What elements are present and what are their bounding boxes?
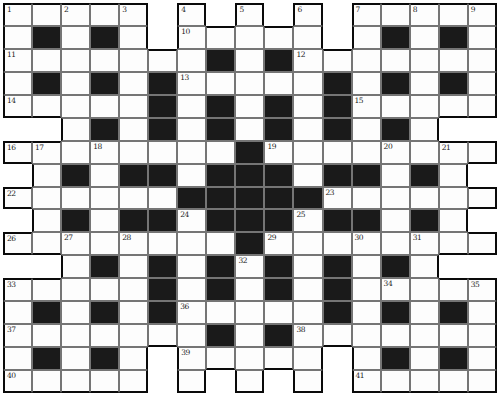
cell-r16-c9	[264, 370, 293, 393]
cell-r12-c6[interactable]	[177, 278, 206, 301]
clue-number: 34	[384, 279, 393, 288]
cell-r8-c6	[177, 187, 206, 210]
cell-r10-c12[interactable]: 30	[352, 232, 381, 255]
cell-r16-c16[interactable]	[468, 370, 497, 393]
cell-r4-c0[interactable]: 14	[3, 95, 32, 118]
cell-r7-c6[interactable]	[177, 164, 206, 187]
cell-r5-c16	[468, 118, 497, 141]
cell-r13-c9[interactable]	[264, 301, 293, 324]
cell-r3-c4[interactable]	[119, 72, 148, 95]
cell-r2-c15[interactable]	[439, 49, 468, 72]
cell-r7-c2	[61, 164, 90, 187]
cell-r8-c15[interactable]	[439, 187, 468, 210]
cell-r6-c9[interactable]: 19	[264, 141, 293, 164]
cell-r11-c16	[468, 255, 497, 278]
cell-r5-c1	[32, 118, 61, 141]
cell-r5-c15	[439, 118, 468, 141]
cell-r0-c16[interactable]: 9	[468, 3, 497, 26]
cell-r10-c10[interactable]	[293, 232, 322, 255]
cell-r6-c5[interactable]	[148, 141, 177, 164]
cell-r12-c9	[264, 278, 293, 301]
cell-r1-c8[interactable]	[235, 26, 264, 49]
cell-r13-c12[interactable]	[352, 301, 381, 324]
clue-number: 18	[93, 142, 102, 151]
cell-r3-c8[interactable]	[235, 72, 264, 95]
cell-r16-c3[interactable]	[90, 370, 119, 393]
cell-r6-c1[interactable]: 17	[32, 141, 61, 164]
cell-r1-c13	[381, 26, 410, 49]
cell-r16-c12[interactable]: 41	[352, 370, 381, 393]
cell-r15-c13	[381, 347, 410, 370]
cell-r15-c14[interactable]	[410, 347, 439, 370]
cell-r3-c16[interactable]	[468, 72, 497, 95]
cell-r3-c2[interactable]	[61, 72, 90, 95]
cell-r12-c8[interactable]	[235, 278, 264, 301]
cell-r10-c6[interactable]	[177, 232, 206, 255]
cell-r10-c4[interactable]: 28	[119, 232, 148, 255]
cell-r9-c2	[61, 209, 90, 232]
cell-r4-c6[interactable]	[177, 95, 206, 118]
cell-r11-c14[interactable]	[410, 255, 439, 278]
cell-r11-c15	[439, 255, 468, 278]
cell-r7-c5	[148, 164, 177, 187]
cell-r14-c5[interactable]	[148, 324, 177, 347]
cell-r13-c15	[439, 301, 468, 324]
clue-number: 35	[471, 280, 480, 289]
cell-r12-c12[interactable]	[352, 278, 381, 301]
cell-r0-c6[interactable]: 4	[177, 3, 206, 26]
cell-r0-c8[interactable]: 5	[235, 3, 264, 26]
cell-r9-c5	[148, 209, 177, 232]
cell-r1-c16[interactable]	[468, 26, 497, 49]
cell-r2-c14[interactable]	[410, 49, 439, 72]
cell-r3-c7[interactable]	[206, 72, 235, 95]
cell-r1-c2[interactable]	[61, 26, 90, 49]
clue-number: 20	[384, 142, 393, 151]
cell-r5-c14[interactable]	[410, 118, 439, 141]
cell-r9-c10[interactable]: 25	[293, 209, 322, 232]
cell-r16-c8[interactable]	[235, 370, 264, 393]
cell-r1-c14[interactable]	[410, 26, 439, 49]
cell-r9-c8	[235, 209, 264, 232]
cell-r10-c14[interactable]: 31	[410, 232, 439, 255]
cell-r7-c8	[235, 164, 264, 187]
cell-r12-c1[interactable]	[32, 278, 61, 301]
cell-r15-c4[interactable]	[119, 347, 148, 370]
cell-r11-c8[interactable]: 32	[235, 255, 264, 278]
cell-r1-c4[interactable]	[119, 26, 148, 49]
cell-r0-c11	[323, 3, 352, 26]
cell-r6-c8	[235, 141, 264, 164]
clue-number: 22	[7, 189, 16, 198]
cell-r12-c16[interactable]: 35	[468, 278, 497, 301]
cell-r12-c15[interactable]	[439, 278, 468, 301]
cell-r2-c4[interactable]	[119, 49, 148, 72]
cell-r1-c0[interactable]	[3, 26, 32, 49]
cell-r15-c10[interactable]	[293, 347, 322, 370]
cell-r1-c3	[90, 26, 119, 49]
cell-r3-c6[interactable]: 13	[177, 72, 206, 95]
cell-r12-c2[interactable]	[61, 278, 90, 301]
cell-r0-c4[interactable]: 3	[119, 3, 148, 26]
clue-number: 26	[7, 234, 16, 243]
cell-r11-c0	[3, 255, 32, 278]
cell-r3-c14[interactable]	[410, 72, 439, 95]
cell-r13-c10[interactable]	[293, 301, 322, 324]
cell-r13-c13	[381, 301, 410, 324]
cell-r16-c13[interactable]	[381, 370, 410, 393]
cell-r16-c0[interactable]: 40	[3, 370, 32, 393]
cell-r16-c11	[323, 370, 352, 393]
cell-r1-c7[interactable]	[206, 26, 235, 49]
cell-r14-c2[interactable]	[61, 324, 90, 347]
cell-r6-c7[interactable]	[206, 141, 235, 164]
cell-r13-c14[interactable]	[410, 301, 439, 324]
cell-r4-c5	[148, 95, 177, 118]
cell-r12-c3[interactable]	[90, 278, 119, 301]
clue-number: 15	[355, 96, 364, 105]
cell-r16-c7	[206, 370, 235, 393]
cell-r1-c6[interactable]: 10	[177, 26, 206, 49]
cell-r13-c5	[148, 301, 177, 324]
cell-r11-c6[interactable]	[177, 255, 206, 278]
cell-r6-c10[interactable]	[293, 141, 322, 164]
cell-r6-c11[interactable]	[323, 141, 352, 164]
cell-r7-c10[interactable]	[293, 164, 322, 187]
cell-r4-c13[interactable]	[381, 95, 410, 118]
cell-r13-c3	[90, 301, 119, 324]
cell-r11-c5	[148, 255, 177, 278]
cell-r2-c10[interactable]: 12	[293, 49, 322, 72]
cell-r2-c7	[206, 49, 235, 72]
cell-r14-c16[interactable]	[468, 324, 497, 347]
cell-r14-c8[interactable]	[235, 324, 264, 347]
cell-r15-c9[interactable]	[264, 347, 293, 370]
cell-r6-c12[interactable]	[352, 141, 381, 164]
cell-r3-c13	[381, 72, 410, 95]
cell-r5-c2[interactable]	[61, 118, 90, 141]
cell-r0-c0[interactable]: 1	[3, 3, 32, 26]
cell-r9-c11	[323, 209, 352, 232]
cell-r15-c6[interactable]: 39	[177, 347, 206, 370]
cell-r8-c11[interactable]: 23	[323, 187, 352, 210]
clue-number: 41	[356, 371, 365, 380]
cell-r1-c10[interactable]	[293, 26, 322, 49]
cell-r8-c5[interactable]	[148, 187, 177, 210]
cell-r5-c0	[3, 118, 32, 141]
clue-number: 3	[122, 5, 126, 14]
cell-r8-c16[interactable]	[468, 187, 497, 210]
cell-r4-c11	[323, 95, 352, 118]
cell-r8-c0[interactable]: 22	[3, 187, 32, 210]
cell-r11-c3	[90, 255, 119, 278]
cell-r15-c5	[148, 347, 177, 370]
cell-r4-c8[interactable]	[235, 95, 264, 118]
cell-r9-c14	[410, 209, 439, 232]
cell-r10-c9[interactable]: 29	[264, 232, 293, 255]
cell-r12-c11	[323, 278, 352, 301]
clue-number: 24	[180, 210, 189, 219]
cell-r7-c12	[352, 164, 381, 187]
cell-r2-c16[interactable]	[468, 49, 497, 72]
cell-r0-c14[interactable]: 8	[410, 3, 439, 26]
cell-r8-c7	[206, 187, 235, 210]
cell-r3-c3	[90, 72, 119, 95]
cell-r7-c3[interactable]	[90, 164, 119, 187]
clue-number: 37	[7, 325, 16, 334]
cell-r4-c14[interactable]	[410, 95, 439, 118]
cell-r1-c15	[439, 26, 468, 49]
cell-r12-c10[interactable]	[293, 278, 322, 301]
cell-r14-c4[interactable]	[119, 324, 148, 347]
cell-r13-c11	[323, 301, 352, 324]
cell-r7-c15[interactable]	[439, 164, 468, 187]
cell-r15-c16[interactable]	[468, 347, 497, 370]
cell-r10-c8	[235, 232, 264, 255]
cell-r0-c13[interactable]	[381, 3, 410, 26]
cell-r3-c12[interactable]	[352, 72, 381, 95]
cell-r14-c12[interactable]	[352, 324, 381, 347]
cell-r9-c3[interactable]	[90, 209, 119, 232]
cell-r2-c8[interactable]	[235, 49, 264, 72]
cell-r7-c16	[468, 164, 497, 187]
cell-r4-c2[interactable]	[61, 95, 90, 118]
cell-r16-c1[interactable]	[32, 370, 61, 393]
cell-r6-c0[interactable]: 16	[3, 141, 32, 164]
cell-r10-c15[interactable]	[439, 232, 468, 255]
cell-r8-c14[interactable]	[410, 187, 439, 210]
clue-number: 25	[296, 210, 305, 219]
cell-r2-c13[interactable]	[381, 49, 410, 72]
cell-r0-c12[interactable]: 7	[352, 3, 381, 26]
cell-r8-c13[interactable]	[381, 187, 410, 210]
cell-r5-c6[interactable]	[177, 118, 206, 141]
cell-r9-c16	[468, 209, 497, 232]
cell-r2-c5[interactable]	[148, 49, 177, 72]
cell-r5-c12[interactable]	[352, 118, 381, 141]
cell-r4-c12[interactable]: 15	[352, 95, 381, 118]
cell-r5-c9	[264, 118, 293, 141]
cell-r11-c4[interactable]	[119, 255, 148, 278]
cell-r14-c6[interactable]	[177, 324, 206, 347]
cell-r3-c15	[439, 72, 468, 95]
cell-r6-c16[interactable]	[468, 141, 497, 164]
cell-r4-c15[interactable]	[439, 95, 468, 118]
clue-number: 9	[471, 5, 475, 14]
clue-number: 40	[7, 371, 16, 380]
cell-r6-c4[interactable]	[119, 141, 148, 164]
cell-r0-c1[interactable]	[32, 3, 61, 26]
cell-r13-c1	[32, 301, 61, 324]
cell-r5-c4[interactable]	[119, 118, 148, 141]
cell-r13-c0[interactable]	[3, 301, 32, 324]
cell-r2-c3[interactable]	[90, 49, 119, 72]
cell-r16-c14[interactable]	[410, 370, 439, 393]
cell-r8-c9	[264, 187, 293, 210]
cell-r7-c13[interactable]	[381, 164, 410, 187]
cell-r4-c4[interactable]	[119, 95, 148, 118]
clue-number: 29	[267, 233, 276, 242]
cell-r8-c4[interactable]	[119, 187, 148, 210]
cell-r16-c4[interactable]	[119, 370, 148, 393]
cell-r16-c6[interactable]	[177, 370, 206, 393]
cell-r0-c5	[148, 3, 177, 26]
cell-r2-c2[interactable]	[61, 49, 90, 72]
cell-r12-c5	[148, 278, 177, 301]
cell-r16-c10[interactable]	[293, 370, 322, 393]
cell-r10-c13[interactable]	[381, 232, 410, 255]
clue-number: 39	[181, 348, 190, 357]
cell-r10-c16[interactable]	[468, 232, 497, 255]
cell-r6-c3[interactable]: 18	[90, 141, 119, 164]
cell-r3-c0[interactable]	[3, 72, 32, 95]
cell-r13-c6[interactable]: 36	[177, 301, 206, 324]
cell-r7-c9	[264, 164, 293, 187]
clue-number: 17	[35, 143, 44, 152]
cell-r2-c9	[264, 49, 293, 72]
cell-r1-c11	[323, 26, 352, 49]
cell-r16-c2[interactable]	[61, 370, 90, 393]
clue-number: 23	[326, 188, 335, 197]
cell-r14-c10[interactable]: 38	[293, 324, 322, 347]
cell-r12-c13[interactable]: 34	[381, 278, 410, 301]
cell-r6-c14[interactable]	[410, 141, 439, 164]
cell-r12-c4[interactable]	[119, 278, 148, 301]
cell-r8-c2[interactable]	[61, 187, 90, 210]
cell-r8-c1[interactable]	[32, 187, 61, 210]
cell-r3-c9[interactable]	[264, 72, 293, 95]
cell-r13-c16[interactable]	[468, 301, 497, 324]
cell-r1-c9[interactable]	[264, 26, 293, 49]
clue-number: 21	[442, 143, 451, 152]
cell-r10-c2[interactable]: 27	[61, 232, 90, 255]
cell-r10-c7[interactable]	[206, 232, 235, 255]
cell-r15-c8[interactable]	[235, 347, 264, 370]
cell-r6-c13[interactable]: 20	[381, 141, 410, 164]
cell-r5-c11	[323, 118, 352, 141]
cell-r6-c15[interactable]: 21	[439, 141, 468, 164]
cell-r5-c3	[90, 118, 119, 141]
clue-number: 30	[355, 233, 364, 242]
cell-r10-c5[interactable]	[148, 232, 177, 255]
cell-r15-c15	[439, 347, 468, 370]
cell-r12-c14[interactable]	[410, 278, 439, 301]
clue-number: 5	[239, 5, 243, 14]
cell-r15-c0[interactable]	[3, 347, 32, 370]
cell-r14-c13[interactable]	[381, 324, 410, 347]
cell-r13-c2[interactable]	[61, 301, 90, 324]
cell-r11-c2[interactable]	[61, 255, 90, 278]
cell-r14-c15[interactable]	[439, 324, 468, 347]
cell-r0-c7	[206, 3, 235, 26]
cell-r2-c1[interactable]	[32, 49, 61, 72]
cell-r5-c8[interactable]	[235, 118, 264, 141]
cell-r14-c0[interactable]: 37	[3, 324, 32, 347]
cell-r4-c3[interactable]	[90, 95, 119, 118]
cell-r2-c0[interactable]: 11	[3, 49, 32, 72]
cell-r5-c13	[381, 118, 410, 141]
clue-number: 13	[180, 73, 189, 82]
cell-r9-c6[interactable]: 24	[177, 209, 206, 232]
cell-r4-c7	[206, 95, 235, 118]
clue-number: 11	[7, 50, 16, 59]
cell-r9-c1[interactable]	[32, 209, 61, 232]
cell-r9-c4	[119, 209, 148, 232]
cell-r0-c3[interactable]	[90, 3, 119, 26]
cell-r11-c10[interactable]	[293, 255, 322, 278]
cell-r10-c1[interactable]	[32, 232, 61, 255]
cell-r14-c3[interactable]	[90, 324, 119, 347]
cell-r9-c15[interactable]	[439, 209, 468, 232]
clue-number: 16	[7, 143, 16, 152]
cell-r4-c1[interactable]	[32, 95, 61, 118]
cell-r5-c7	[206, 118, 235, 141]
clue-number: 8	[413, 5, 417, 14]
cell-r12-c0[interactable]: 33	[3, 278, 32, 301]
cell-r6-c6[interactable]	[177, 141, 206, 164]
cell-r15-c12[interactable]	[352, 347, 381, 370]
cell-r7-c1[interactable]	[32, 164, 61, 187]
cell-r14-c7	[206, 324, 235, 347]
cell-r14-c9	[264, 324, 293, 347]
cell-r0-c2[interactable]: 2	[61, 3, 90, 26]
cell-r9-c7	[206, 209, 235, 232]
cell-r3-c1	[32, 72, 61, 95]
cell-r15-c2[interactable]	[61, 347, 90, 370]
cell-r1-c12[interactable]	[352, 26, 381, 49]
cell-r13-c7[interactable]	[206, 301, 235, 324]
cell-r6-c2[interactable]	[61, 141, 90, 164]
cell-r14-c14[interactable]	[410, 324, 439, 347]
clue-number: 10	[181, 27, 190, 36]
cell-r2-c6[interactable]	[177, 49, 206, 72]
cell-r15-c11	[323, 347, 352, 370]
clue-number: 1	[7, 5, 11, 14]
cell-r13-c4[interactable]	[119, 301, 148, 324]
cell-r7-c11	[323, 164, 352, 187]
cell-r8-c12[interactable]	[352, 187, 381, 210]
cell-r14-c1[interactable]	[32, 324, 61, 347]
clue-number: 27	[64, 233, 73, 242]
cell-r10-c0[interactable]: 26	[3, 232, 32, 255]
cell-r4-c16[interactable]	[468, 95, 497, 118]
cell-r7-c4	[119, 164, 148, 187]
cell-r11-c12[interactable]	[352, 255, 381, 278]
cell-r7-c14	[410, 164, 439, 187]
cell-r15-c7[interactable]	[206, 347, 235, 370]
clue-number: 7	[356, 5, 360, 14]
cell-r13-c8[interactable]	[235, 301, 264, 324]
cell-r3-c10[interactable]	[293, 72, 322, 95]
cell-r16-c5	[148, 370, 177, 393]
cell-r2-c11[interactable]	[323, 49, 352, 72]
cell-r10-c11[interactable]	[323, 232, 352, 255]
cell-r16-c15[interactable]	[439, 370, 468, 393]
cell-r2-c12[interactable]	[352, 49, 381, 72]
cell-r9-c13[interactable]	[381, 209, 410, 232]
cell-r7-c7	[206, 164, 235, 187]
cell-r10-c3[interactable]	[90, 232, 119, 255]
cell-r11-c11	[323, 255, 352, 278]
cell-r9-c0	[3, 209, 32, 232]
cell-r14-c11[interactable]	[323, 324, 352, 347]
cell-r4-c10[interactable]	[293, 95, 322, 118]
cell-r4-c9	[264, 95, 293, 118]
cell-r5-c10[interactable]	[293, 118, 322, 141]
cell-r8-c3[interactable]	[90, 187, 119, 210]
cell-r0-c10[interactable]: 6	[293, 3, 322, 26]
cell-r0-c15[interactable]	[439, 3, 468, 26]
